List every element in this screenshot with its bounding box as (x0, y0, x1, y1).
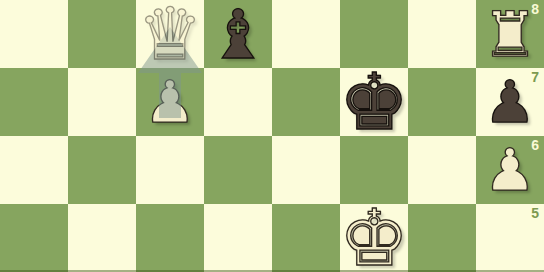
piece-black-pawn[interactable]: ♟ (476, 68, 544, 136)
piece-black-king[interactable]: ♚ (340, 68, 408, 136)
piece-white-queen-ghost[interactable]: ♛ (136, 0, 204, 68)
square-a7[interactable] (0, 68, 68, 136)
square-g6[interactable] (408, 136, 476, 204)
square-h6[interactable]: 6♟ (476, 136, 544, 204)
piece-white-king[interactable]: ♚ (340, 204, 408, 272)
piece-black-bishop[interactable]: ♝ (204, 0, 272, 68)
piece-white-rook[interactable]: ♜ (476, 0, 544, 68)
square-f5[interactable]: ♚ (340, 204, 408, 272)
square-h5[interactable]: 5 (476, 204, 544, 272)
piece-white-pawn[interactable]: ♟ (136, 68, 204, 136)
square-e6[interactable] (272, 136, 340, 204)
square-h8[interactable]: 8♜ (476, 0, 544, 68)
square-b5[interactable] (68, 204, 136, 272)
square-c7[interactable]: ♟ (136, 68, 204, 136)
square-c6[interactable] (136, 136, 204, 204)
square-d5[interactable] (204, 204, 272, 272)
square-d7[interactable] (204, 68, 272, 136)
chess-board-wrap: ♛♝8♜♟♚7♟6♟♚5 (0, 0, 544, 272)
square-e5[interactable] (272, 204, 340, 272)
square-g8[interactable] (408, 0, 476, 68)
square-e7[interactable] (272, 68, 340, 136)
rank-label-5: 5 (531, 205, 539, 221)
square-a5[interactable] (0, 204, 68, 272)
square-c5[interactable] (136, 204, 204, 272)
square-b8[interactable] (68, 0, 136, 68)
square-b6[interactable] (68, 136, 136, 204)
chess-board: ♛♝8♜♟♚7♟6♟♚5 (0, 0, 544, 272)
square-f7[interactable]: ♚ (340, 68, 408, 136)
square-e8[interactable] (272, 0, 340, 68)
square-h7[interactable]: 7♟ (476, 68, 544, 136)
square-b7[interactable] (68, 68, 136, 136)
square-c8[interactable]: ♛ (136, 0, 204, 68)
square-g7[interactable] (408, 68, 476, 136)
square-a6[interactable] (0, 136, 68, 204)
square-g5[interactable] (408, 204, 476, 272)
square-d8[interactable]: ♝ (204, 0, 272, 68)
square-d6[interactable] (204, 136, 272, 204)
square-a8[interactable] (0, 0, 68, 68)
piece-white-pawn[interactable]: ♟ (476, 136, 544, 204)
